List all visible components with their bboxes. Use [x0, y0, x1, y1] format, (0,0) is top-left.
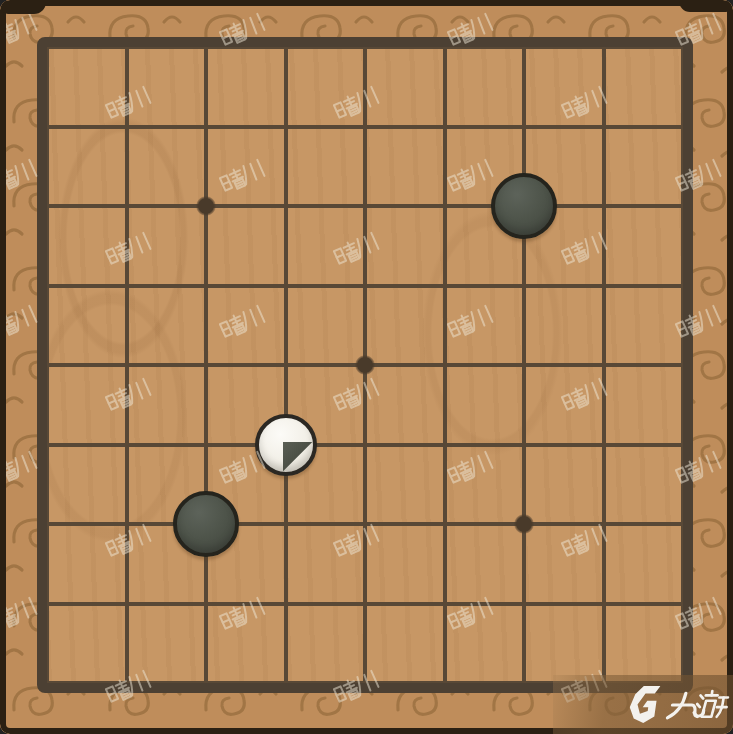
jiuyou-logo-text [661, 689, 731, 721]
intersection-3-2[interactable] [166, 87, 246, 167]
intersection-6-6[interactable] [405, 405, 485, 485]
intersection-4-7[interactable] [246, 484, 326, 564]
intersection-5-1[interactable] [325, 7, 405, 87]
intersection-4-8[interactable] [246, 564, 326, 644]
intersection-7-9[interactable] [484, 643, 564, 723]
intersection-5-7[interactable] [325, 484, 405, 564]
intersection-6-5[interactable] [405, 325, 485, 405]
star-point [196, 196, 216, 216]
intersection-2-4[interactable] [87, 246, 167, 326]
intersection-6-3[interactable] [405, 166, 485, 246]
star-point [514, 514, 534, 534]
intersection-3-5[interactable] [166, 325, 246, 405]
intersection-4-3[interactable] [246, 166, 326, 246]
intersection-7-3[interactable] [484, 166, 564, 246]
intersection-3-8[interactable] [166, 564, 246, 644]
intersection-5-8[interactable] [325, 564, 405, 644]
intersection-4-2[interactable] [246, 87, 326, 167]
intersection-9-2[interactable] [643, 87, 723, 167]
intersection-8-7[interactable] [564, 484, 644, 564]
intersection-7-6[interactable] [484, 405, 564, 485]
intersection-5-6[interactable] [325, 405, 405, 485]
intersection-2-3[interactable] [87, 166, 167, 246]
intersection-5-5[interactable] [325, 325, 405, 405]
intersection-7-4[interactable] [484, 246, 564, 326]
intersection-1-8[interactable] [7, 564, 87, 644]
intersection-2-2[interactable] [87, 87, 167, 167]
intersection-3-3[interactable] [166, 166, 246, 246]
intersection-6-1[interactable] [405, 7, 485, 87]
intersection-6-8[interactable] [405, 564, 485, 644]
intersection-4-5[interactable] [246, 325, 326, 405]
intersection-2-1[interactable] [87, 7, 167, 87]
intersection-1-9[interactable] [7, 643, 87, 723]
intersection-8-5[interactable] [564, 325, 644, 405]
intersection-1-2[interactable] [7, 87, 87, 167]
intersection-8-8[interactable] [564, 564, 644, 644]
intersection-4-1[interactable] [246, 7, 326, 87]
intersection-2-6[interactable] [87, 405, 167, 485]
intersection-6-4[interactable] [405, 246, 485, 326]
intersection-8-3[interactable] [564, 166, 644, 246]
star-point [355, 355, 375, 375]
intersection-4-4[interactable] [246, 246, 326, 326]
black-stone [173, 491, 239, 557]
intersection-9-5[interactable] [643, 325, 723, 405]
intersection-9-3[interactable] [643, 166, 723, 246]
intersection-6-2[interactable] [405, 87, 485, 167]
intersection-8-4[interactable] [564, 246, 644, 326]
intersection-5-3[interactable] [325, 166, 405, 246]
intersection-9-1[interactable] [643, 7, 723, 87]
jiuyou-logo-icon [627, 686, 660, 723]
intersection-1-7[interactable] [7, 484, 87, 564]
intersection-8-1[interactable] [564, 7, 644, 87]
intersection-5-4[interactable] [325, 246, 405, 326]
intersection-6-9[interactable] [405, 643, 485, 723]
intersection-5-2[interactable] [325, 87, 405, 167]
intersection-1-4[interactable] [7, 246, 87, 326]
intersection-5-9[interactable] [325, 643, 405, 723]
intersection-7-2[interactable] [484, 87, 564, 167]
intersection-7-1[interactable] [484, 7, 564, 87]
intersection-8-6[interactable] [564, 405, 644, 485]
intersection-7-5[interactable] [484, 325, 564, 405]
intersection-9-6[interactable] [643, 405, 723, 485]
black-stone [491, 173, 557, 239]
intersection-1-6[interactable] [7, 405, 87, 485]
corner-fold-marker [283, 442, 315, 474]
intersection-9-4[interactable] [643, 246, 723, 326]
intersection-3-4[interactable] [166, 246, 246, 326]
game-screenshot-root [0, 0, 733, 734]
intersection-1-3[interactable] [7, 166, 87, 246]
intersection-2-5[interactable] [87, 325, 167, 405]
intersection-6-7[interactable] [405, 484, 485, 564]
intersection-1-5[interactable] [7, 325, 87, 405]
intersection-4-6[interactable] [246, 405, 326, 485]
intersection-9-7[interactable] [643, 484, 723, 564]
intersection-9-8[interactable] [643, 564, 723, 644]
intersection-2-9[interactable] [87, 643, 167, 723]
jiuyou-logo [627, 686, 731, 723]
intersection-2-7[interactable] [87, 484, 167, 564]
intersection-3-7[interactable] [166, 484, 246, 564]
intersection-7-8[interactable] [484, 564, 564, 644]
intersection-3-6[interactable] [166, 405, 246, 485]
intersection-8-2[interactable] [564, 87, 644, 167]
intersection-3-1[interactable] [166, 7, 246, 87]
intersection-3-9[interactable] [166, 643, 246, 723]
white-stone [255, 414, 317, 476]
intersection-1-1[interactable] [7, 7, 87, 87]
intersection-7-7[interactable] [484, 484, 564, 564]
board-grid [7, 7, 723, 723]
jiuyou-logo-overlay [553, 675, 733, 734]
intersection-2-8[interactable] [87, 564, 167, 644]
intersection-4-9[interactable] [246, 643, 326, 723]
go-board [37, 37, 693, 693]
